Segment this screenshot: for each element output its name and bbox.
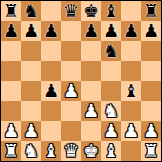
square-e5[interactable] <box>81 61 101 81</box>
square-e4[interactable] <box>81 81 101 101</box>
square-h1[interactable]: ♜ <box>141 141 161 161</box>
square-b4[interactable] <box>21 81 41 101</box>
square-d7[interactable] <box>61 21 81 41</box>
piece-black-pawn[interactable]: ♟ <box>143 21 159 41</box>
piece-black-pawn[interactable]: ♟ <box>43 21 59 41</box>
piece-black-pawn[interactable]: ♟ <box>3 21 19 41</box>
square-f2[interactable]: ♟ <box>101 121 121 141</box>
piece-black-bishop[interactable]: ♝ <box>123 81 139 101</box>
piece-white-pawn[interactable]: ♟ <box>123 121 139 141</box>
square-d3[interactable] <box>61 101 81 121</box>
piece-black-king[interactable]: ♚ <box>83 1 99 21</box>
square-f8[interactable]: ♝ <box>101 1 121 21</box>
square-h3[interactable] <box>141 101 161 121</box>
square-f3[interactable]: ♞ <box>101 101 121 121</box>
piece-black-knight[interactable]: ♞ <box>103 41 119 61</box>
square-d8[interactable]: ♛ <box>61 1 81 21</box>
piece-white-pawn[interactable]: ♟ <box>143 121 159 141</box>
square-g2[interactable]: ♟ <box>121 121 141 141</box>
square-b7[interactable]: ♟ <box>21 21 41 41</box>
piece-white-knight[interactable]: ♞ <box>23 141 39 161</box>
square-g6[interactable] <box>121 41 141 61</box>
square-b2[interactable]: ♟ <box>21 121 41 141</box>
square-f4[interactable] <box>101 81 121 101</box>
square-h2[interactable]: ♟ <box>141 121 161 141</box>
square-a4[interactable] <box>1 81 21 101</box>
square-d5[interactable] <box>61 61 81 81</box>
square-d6[interactable] <box>61 41 81 61</box>
square-a1[interactable]: ♜ <box>1 141 21 161</box>
piece-black-bishop[interactable]: ♝ <box>103 1 119 21</box>
square-e8[interactable]: ♚ <box>81 1 101 21</box>
square-g7[interactable]: ♟ <box>121 21 141 41</box>
square-f5[interactable] <box>101 61 121 81</box>
square-c7[interactable]: ♟ <box>41 21 61 41</box>
square-h5[interactable] <box>141 61 161 81</box>
square-g1[interactable] <box>121 141 141 161</box>
square-d1[interactable]: ♛ <box>61 141 81 161</box>
square-c3[interactable] <box>41 101 61 121</box>
square-c6[interactable] <box>41 41 61 61</box>
piece-white-queen[interactable]: ♛ <box>63 141 79 161</box>
square-h8[interactable]: ♜ <box>141 1 161 21</box>
square-h4[interactable] <box>141 81 161 101</box>
square-b1[interactable]: ♞ <box>21 141 41 161</box>
square-c4[interactable]: ♟ <box>41 81 61 101</box>
square-c1[interactable]: ♝ <box>41 141 61 161</box>
piece-black-pawn[interactable]: ♟ <box>103 21 119 41</box>
square-h7[interactable]: ♟ <box>141 21 161 41</box>
piece-black-rook[interactable]: ♜ <box>143 1 159 21</box>
square-g4[interactable]: ♝ <box>121 81 141 101</box>
square-a8[interactable]: ♜ <box>1 1 21 21</box>
square-b3[interactable] <box>21 101 41 121</box>
square-g5[interactable] <box>121 61 141 81</box>
square-f1[interactable]: ♝ <box>101 141 121 161</box>
piece-white-bishop[interactable]: ♝ <box>43 141 59 161</box>
square-e2[interactable] <box>81 121 101 141</box>
square-f6[interactable]: ♞ <box>101 41 121 61</box>
square-e6[interactable] <box>81 41 101 61</box>
piece-white-bishop[interactable]: ♝ <box>103 141 119 161</box>
chess-board: ♜♞♛♚♝♜♟♟♟♟♟♟♟♞♟♟♝♟♞♟♟♟♟♟♜♞♝♛♚♝♜ <box>0 0 162 162</box>
square-a7[interactable]: ♟ <box>1 21 21 41</box>
square-a5[interactable] <box>1 61 21 81</box>
square-d4[interactable]: ♟ <box>61 81 81 101</box>
square-g8[interactable] <box>121 1 141 21</box>
square-c5[interactable] <box>41 61 61 81</box>
piece-white-pawn[interactable]: ♟ <box>63 81 79 101</box>
square-d2[interactable] <box>61 121 81 141</box>
piece-black-pawn[interactable]: ♟ <box>83 21 99 41</box>
piece-white-pawn[interactable]: ♟ <box>3 121 19 141</box>
square-f7[interactable]: ♟ <box>101 21 121 41</box>
square-e3[interactable]: ♟ <box>81 101 101 121</box>
square-a3[interactable] <box>1 101 21 121</box>
piece-white-king[interactable]: ♚ <box>83 141 99 161</box>
square-c2[interactable] <box>41 121 61 141</box>
square-c8[interactable] <box>41 1 61 21</box>
piece-black-pawn[interactable]: ♟ <box>43 81 59 101</box>
square-a2[interactable]: ♟ <box>1 121 21 141</box>
piece-black-queen[interactable]: ♛ <box>63 1 79 21</box>
square-g3[interactable] <box>121 101 141 121</box>
piece-black-pawn[interactable]: ♟ <box>23 21 39 41</box>
piece-white-knight[interactable]: ♞ <box>103 101 119 121</box>
square-a6[interactable] <box>1 41 21 61</box>
piece-white-rook[interactable]: ♜ <box>3 141 19 161</box>
piece-white-pawn[interactable]: ♟ <box>23 121 39 141</box>
square-b6[interactable] <box>21 41 41 61</box>
piece-white-pawn[interactable]: ♟ <box>83 101 99 121</box>
piece-black-knight[interactable]: ♞ <box>23 1 39 21</box>
piece-black-rook[interactable]: ♜ <box>3 1 19 21</box>
piece-white-pawn[interactable]: ♟ <box>103 121 119 141</box>
square-b5[interactable] <box>21 61 41 81</box>
square-h6[interactable] <box>141 41 161 61</box>
piece-white-rook[interactable]: ♜ <box>143 141 159 161</box>
piece-black-pawn[interactable]: ♟ <box>123 21 139 41</box>
square-e7[interactable]: ♟ <box>81 21 101 41</box>
square-e1[interactable]: ♚ <box>81 141 101 161</box>
square-b8[interactable]: ♞ <box>21 1 41 21</box>
